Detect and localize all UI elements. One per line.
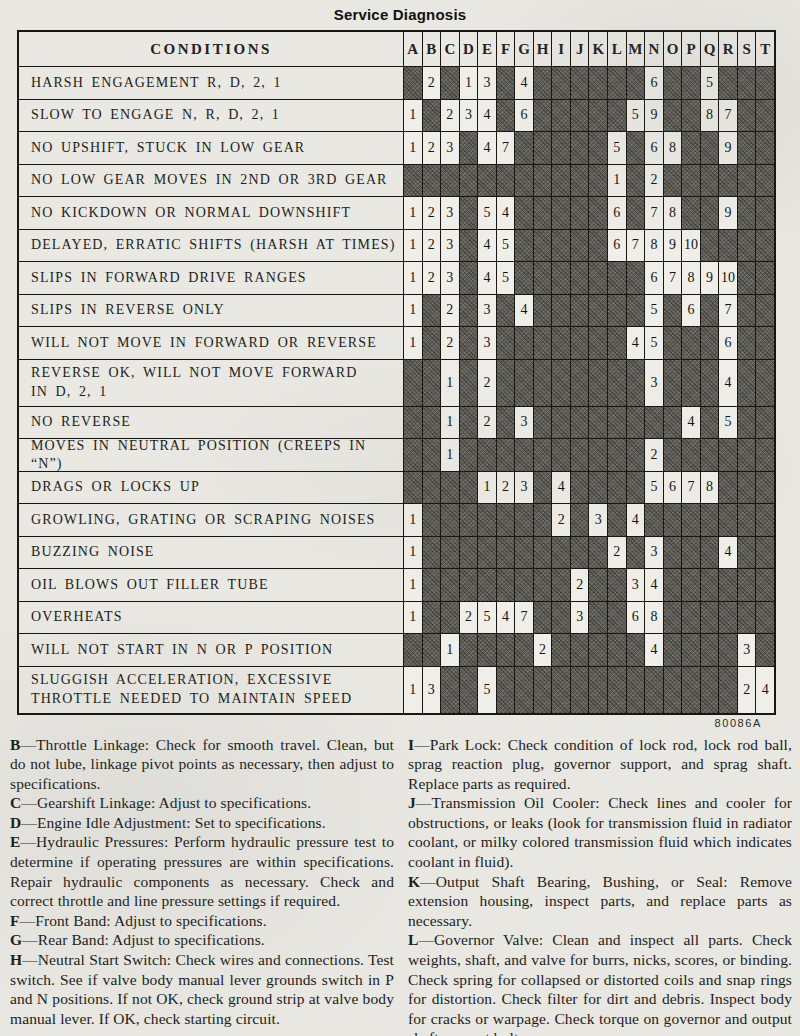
grid-cell-p-step: 10 xyxy=(682,230,700,262)
grid-cell-e-empty xyxy=(478,537,496,569)
note-letter: F xyxy=(10,912,20,929)
grid-cell-e-step: 5 xyxy=(478,667,496,713)
grid-cell-j-empty xyxy=(571,504,589,536)
grid-cell-r-empty xyxy=(719,602,737,634)
grid-cell-a-step: 1 xyxy=(404,262,422,294)
grid-cell-p-empty xyxy=(682,602,700,634)
column-header-o: O xyxy=(664,32,682,66)
grid-cell-p-empty xyxy=(682,360,700,406)
grid-cell-m-empty xyxy=(627,634,645,666)
grid-cell-g-step: 3 xyxy=(515,407,533,439)
grid-cell-a-step: 1 xyxy=(404,504,422,536)
column-header-t: T xyxy=(756,32,774,66)
grid-cell-n-empty xyxy=(645,407,663,439)
grid-cell-s-empty xyxy=(738,100,756,132)
grid-cell-h-step: 2 xyxy=(534,634,552,666)
condition-label: NO LOW GEAR MOVES IN 2ND OR 3RD GEAR xyxy=(19,165,403,197)
grid-cell-s-empty xyxy=(738,407,756,439)
grid-cell-f-step: 5 xyxy=(497,262,515,294)
condition-label: NO REVERSE xyxy=(19,407,403,439)
grid-cell-b-empty xyxy=(423,100,441,132)
grid-cell-n-empty xyxy=(645,667,663,713)
grid-cell-b-empty xyxy=(423,165,441,197)
grid-cell-a-step: 1 xyxy=(404,197,422,229)
grid-cell-l-empty xyxy=(608,295,626,327)
grid-cell-m-step: 6 xyxy=(627,602,645,634)
grid-cell-n-step: 5 xyxy=(645,327,663,359)
grid-cell-s-step: 2 xyxy=(738,667,756,713)
grid-cell-h-empty xyxy=(534,504,552,536)
grid-cell-f-step: 7 xyxy=(497,132,515,164)
figure-code: 80086A xyxy=(17,717,776,729)
grid-cell-t-empty xyxy=(756,262,774,294)
grid-cell-p-step: 4 xyxy=(682,407,700,439)
column-header-r: R xyxy=(719,32,737,66)
grid-cell-m-empty xyxy=(627,132,645,164)
grid-cell-p-empty xyxy=(682,197,700,229)
grid-cell-a-empty xyxy=(404,407,422,439)
grid-cell-o-step: 8 xyxy=(664,132,682,164)
condition-label: DELAYED, ERRATIC SHIFTS (HARSH AT TIMES) xyxy=(19,230,403,262)
grid-cell-c-step: 2 xyxy=(441,100,459,132)
grid-cell-e-empty xyxy=(478,439,496,471)
grid-cell-f-step: 2 xyxy=(497,472,515,504)
note-letter: C xyxy=(10,794,21,811)
grid-cell-t-empty xyxy=(756,360,774,406)
grid-cell-k-empty xyxy=(589,537,607,569)
column-header-g: G xyxy=(515,32,533,66)
grid-cell-a-step: 1 xyxy=(404,537,422,569)
grid-cell-l-empty xyxy=(608,667,626,713)
grid-cell-f-empty xyxy=(497,634,515,666)
grid-cell-q-step: 8 xyxy=(701,472,719,504)
grid-cell-h-empty xyxy=(534,667,552,713)
grid-cell-m-step: 3 xyxy=(627,569,645,601)
grid-cell-g-empty xyxy=(515,504,533,536)
notes-column-right: I—Park Lock: Check condition of lock rod… xyxy=(408,735,792,1036)
service-note-g: G—Rear Band: Adjust to specifications. xyxy=(10,930,394,950)
condition-label: DRAGS OR LOCKS UP xyxy=(19,472,403,504)
note-body: —Neutral Start Switch: Check wires and c… xyxy=(10,951,394,1027)
grid-cell-l-empty xyxy=(608,407,626,439)
grid-cell-b-empty xyxy=(423,407,441,439)
grid-cell-b-empty xyxy=(423,472,441,504)
grid-cell-q-empty xyxy=(701,439,719,471)
grid-cell-c-step: 3 xyxy=(441,262,459,294)
grid-cell-s-empty xyxy=(738,569,756,601)
grid-cell-q-empty xyxy=(701,327,719,359)
condition-label: BUZZING NOISE xyxy=(19,537,403,569)
grid-cell-l-step: 1 xyxy=(608,165,626,197)
grid-cell-k-empty xyxy=(589,197,607,229)
grid-cell-d-empty xyxy=(460,504,478,536)
grid-cell-b-empty xyxy=(423,504,441,536)
service-note-d: D—Engine Idle Adjustment: Set to specifi… xyxy=(10,813,394,833)
grid-cell-k-empty xyxy=(589,67,607,99)
column-header-j: J xyxy=(571,32,589,66)
grid-cell-d-empty xyxy=(460,295,478,327)
grid-cell-t-empty xyxy=(756,165,774,197)
grid-cell-d-empty xyxy=(460,472,478,504)
grid-cell-e-step: 4 xyxy=(478,132,496,164)
condition-label: HARSH ENGAGEMENT R, D, 2, 1 xyxy=(19,67,403,99)
grid-cell-m-step: 4 xyxy=(627,504,645,536)
grid-cell-t-empty xyxy=(756,197,774,229)
grid-cell-i-empty xyxy=(552,262,570,294)
grid-cell-s-empty xyxy=(738,537,756,569)
grid-cell-f-empty xyxy=(497,295,515,327)
grid-cell-n-step: 5 xyxy=(645,472,663,504)
notes-column-left: B—Throttle Linkage: Check for smooth tra… xyxy=(10,735,394,1036)
grid-cell-c-step: 1 xyxy=(441,407,459,439)
grid-cell-k-empty xyxy=(589,262,607,294)
grid-cell-s-empty xyxy=(738,439,756,471)
note-letter: G xyxy=(10,931,22,948)
grid-cell-p-empty xyxy=(682,165,700,197)
condition-label: REVERSE OK, WILL NOT MOVE FORWARD IN D, … xyxy=(19,360,403,406)
grid-cell-c-empty xyxy=(441,165,459,197)
grid-cell-t-empty xyxy=(756,634,774,666)
column-header-n: N xyxy=(645,32,663,66)
note-letter: H xyxy=(10,951,22,968)
grid-cell-o-step: 9 xyxy=(664,230,682,262)
grid-cell-g-empty xyxy=(515,569,533,601)
grid-cell-r-empty xyxy=(719,472,737,504)
grid-cell-e-empty xyxy=(478,165,496,197)
grid-cell-o-empty xyxy=(664,439,682,471)
grid-cell-l-step: 6 xyxy=(608,230,626,262)
grid-cell-j-empty xyxy=(571,472,589,504)
grid-cell-q-empty xyxy=(701,504,719,536)
column-header-b: B xyxy=(423,32,441,66)
grid-cell-i-empty xyxy=(552,327,570,359)
grid-cell-d-empty xyxy=(460,634,478,666)
grid-cell-i-empty xyxy=(552,100,570,132)
grid-cell-g-step: 6 xyxy=(515,100,533,132)
grid-cell-d-empty xyxy=(460,667,478,713)
grid-cell-h-empty xyxy=(534,569,552,601)
grid-cell-g-step: 3 xyxy=(515,472,533,504)
grid-cell-p-empty xyxy=(682,537,700,569)
grid-cell-t-empty xyxy=(756,504,774,536)
grid-cell-m-empty xyxy=(627,407,645,439)
grid-cell-k-empty xyxy=(589,230,607,262)
grid-cell-b-step: 3 xyxy=(423,667,441,713)
service-note-f: F—Front Band: Adjust to specifications. xyxy=(10,911,394,931)
grid-cell-s-empty xyxy=(738,327,756,359)
column-header-m: M xyxy=(627,32,645,66)
grid-cell-q-empty xyxy=(701,667,719,713)
grid-cell-j-empty xyxy=(571,132,589,164)
grid-cell-t-step: 4 xyxy=(756,667,774,713)
grid-cell-k-step: 3 xyxy=(589,504,607,536)
grid-cell-t-empty xyxy=(756,67,774,99)
grid-cell-k-empty xyxy=(589,327,607,359)
grid-cell-i-empty xyxy=(552,67,570,99)
grid-cell-o-empty xyxy=(664,667,682,713)
grid-cell-m-step: 4 xyxy=(627,327,645,359)
grid-cell-h-empty xyxy=(534,407,552,439)
grid-cell-j-empty xyxy=(571,230,589,262)
grid-cell-f-empty xyxy=(497,360,515,406)
grid-cell-t-empty xyxy=(756,472,774,504)
grid-cell-m-empty xyxy=(627,165,645,197)
grid-cell-j-empty xyxy=(571,537,589,569)
note-body: —Rear Band: Adjust to specifications. xyxy=(22,931,265,948)
grid-cell-h-empty xyxy=(534,262,552,294)
grid-cell-j-empty xyxy=(571,262,589,294)
grid-cell-m-empty xyxy=(627,197,645,229)
grid-cell-r-step: 10 xyxy=(719,262,737,294)
grid-cell-a-step: 1 xyxy=(404,132,422,164)
grid-cell-l-step: 5 xyxy=(608,132,626,164)
condition-label: NO UPSHIFT, STUCK IN LOW GEAR xyxy=(19,132,403,164)
grid-cell-l-empty xyxy=(608,569,626,601)
grid-cell-e-step: 3 xyxy=(478,295,496,327)
grid-cell-n-step: 8 xyxy=(645,602,663,634)
grid-cell-e-step: 5 xyxy=(478,197,496,229)
grid-cell-b-empty xyxy=(423,360,441,406)
grid-cell-i-empty xyxy=(552,439,570,471)
grid-cell-j-empty xyxy=(571,327,589,359)
grid-cell-m-step: 5 xyxy=(627,100,645,132)
grid-cell-s-empty xyxy=(738,67,756,99)
grid-cell-f-empty xyxy=(497,569,515,601)
grid-cell-a-step: 1 xyxy=(404,667,422,713)
grid-cell-d-step: 2 xyxy=(460,602,478,634)
condition-label: OVERHEATS xyxy=(19,602,403,634)
grid-cell-c-step: 2 xyxy=(441,327,459,359)
condition-label: OIL BLOWS OUT FILLER TUBE xyxy=(19,569,403,601)
column-header-h: H xyxy=(534,32,552,66)
grid-cell-p-empty xyxy=(682,667,700,713)
column-header-s: S xyxy=(738,32,756,66)
grid-cell-j-empty xyxy=(571,67,589,99)
grid-cell-c-empty xyxy=(441,667,459,713)
note-letter: L xyxy=(408,931,418,948)
grid-cell-k-empty xyxy=(589,407,607,439)
grid-cell-o-step: 6 xyxy=(664,472,682,504)
grid-cell-j-empty xyxy=(571,360,589,406)
grid-cell-r-step: 9 xyxy=(719,132,737,164)
grid-cell-m-empty xyxy=(627,537,645,569)
grid-cell-b-empty xyxy=(423,634,441,666)
grid-cell-f-empty xyxy=(497,165,515,197)
grid-cell-i-empty xyxy=(552,407,570,439)
grid-cell-d-empty xyxy=(460,132,478,164)
grid-cell-n-step: 3 xyxy=(645,537,663,569)
grid-cell-s-empty xyxy=(738,472,756,504)
grid-cell-r-empty xyxy=(719,504,737,536)
grid-cell-r-empty xyxy=(719,439,737,471)
grid-cell-c-empty xyxy=(441,472,459,504)
grid-cell-o-empty xyxy=(664,295,682,327)
note-letter: D xyxy=(10,814,21,831)
grid-cell-f-step: 4 xyxy=(497,602,515,634)
grid-cell-r-empty xyxy=(719,165,737,197)
service-note-c: C—Gearshift Linkage: Adjust to specifica… xyxy=(10,793,394,813)
grid-cell-e-empty xyxy=(478,634,496,666)
grid-cell-a-step: 1 xyxy=(404,327,422,359)
service-note-e: E—Hydraulic Pressures: Perform hydraulic… xyxy=(10,832,394,910)
grid-cell-p-step: 6 xyxy=(682,295,700,327)
grid-cell-h-empty xyxy=(534,132,552,164)
grid-cell-l-empty xyxy=(608,472,626,504)
grid-cell-e-step: 5 xyxy=(478,602,496,634)
grid-cell-n-step: 6 xyxy=(645,262,663,294)
grid-cell-r-empty xyxy=(719,667,737,713)
grid-cell-e-step: 1 xyxy=(478,472,496,504)
grid-cell-g-empty xyxy=(515,439,533,471)
grid-cell-b-step: 2 xyxy=(423,67,441,99)
grid-cell-h-empty xyxy=(534,230,552,262)
condition-label: WILL NOT START IN N OR P POSITION xyxy=(19,634,403,666)
grid-cell-j-step: 2 xyxy=(571,569,589,601)
grid-cell-p-step: 7 xyxy=(682,472,700,504)
grid-cell-t-empty xyxy=(756,537,774,569)
grid-cell-i-empty xyxy=(552,295,570,327)
grid-cell-e-empty xyxy=(478,504,496,536)
grid-cell-c-step: 2 xyxy=(441,295,459,327)
grid-cell-i-empty xyxy=(552,197,570,229)
grid-cell-k-empty xyxy=(589,360,607,406)
grid-cell-m-empty xyxy=(627,67,645,99)
grid-cell-l-empty xyxy=(608,439,626,471)
grid-cell-i-empty xyxy=(552,634,570,666)
grid-cell-l-empty xyxy=(608,100,626,132)
service-note-k: K—Output Shaft Bearing, Bushing, or Seal… xyxy=(408,872,792,931)
note-body: —Governor Valve: Clean and inspect all p… xyxy=(408,931,792,1036)
grid-cell-h-empty xyxy=(534,537,552,569)
grid-cell-g-empty xyxy=(515,230,533,262)
grid-cell-j-empty xyxy=(571,295,589,327)
grid-cell-l-empty xyxy=(608,504,626,536)
grid-cell-h-empty xyxy=(534,327,552,359)
grid-cell-j-step: 3 xyxy=(571,602,589,634)
grid-cell-k-empty xyxy=(589,634,607,666)
grid-cell-n-empty xyxy=(645,504,663,536)
grid-cell-s-empty xyxy=(738,602,756,634)
grid-cell-a-empty xyxy=(404,634,422,666)
grid-cell-h-empty xyxy=(534,602,552,634)
grid-cell-q-empty xyxy=(701,295,719,327)
grid-cell-o-empty xyxy=(664,360,682,406)
grid-cell-i-empty xyxy=(552,602,570,634)
grid-cell-b-empty xyxy=(423,295,441,327)
grid-cell-r-step: 9 xyxy=(719,197,737,229)
grid-cell-d-empty xyxy=(460,197,478,229)
note-body: —Output Shaft Bearing, Bushing, or Seal:… xyxy=(408,873,792,929)
grid-cell-j-empty xyxy=(571,100,589,132)
grid-cell-d-empty xyxy=(460,327,478,359)
note-body: —Throttle Linkage: Check for smooth trav… xyxy=(10,736,394,792)
grid-cell-c-step: 3 xyxy=(441,197,459,229)
grid-cell-c-step: 3 xyxy=(441,230,459,262)
grid-cell-i-empty xyxy=(552,667,570,713)
grid-cell-a-step: 1 xyxy=(404,295,422,327)
grid-cell-g-step: 4 xyxy=(515,295,533,327)
grid-cell-c-empty xyxy=(441,569,459,601)
grid-cell-i-empty xyxy=(552,230,570,262)
grid-cell-o-empty xyxy=(664,100,682,132)
condition-label: GROWLING, GRATING OR SCRAPING NOISES xyxy=(19,504,403,536)
condition-label: SLUGGISH ACCELERATION, EXCESSIVE THROTTL… xyxy=(19,667,403,713)
service-note-j: J—Transmission Oil Cooler: Check lines a… xyxy=(408,793,792,871)
grid-cell-r-empty xyxy=(719,230,737,262)
grid-cell-g-empty xyxy=(515,262,533,294)
diagnosis-table: CONDITIONSABCDEFGHIJKLMNOPQRSTHARSH ENGA… xyxy=(17,30,776,715)
grid-cell-d-empty xyxy=(460,407,478,439)
grid-cell-m-empty xyxy=(627,472,645,504)
grid-cell-t-empty xyxy=(756,602,774,634)
grid-cell-i-empty xyxy=(552,165,570,197)
grid-cell-e-step: 3 xyxy=(478,67,496,99)
note-letter: E xyxy=(10,833,20,850)
grid-cell-p-empty xyxy=(682,504,700,536)
grid-cell-o-empty xyxy=(664,407,682,439)
grid-cell-q-empty xyxy=(701,132,719,164)
grid-cell-s-empty xyxy=(738,504,756,536)
grid-cell-t-empty xyxy=(756,327,774,359)
grid-cell-a-step: 1 xyxy=(404,100,422,132)
grid-cell-l-empty xyxy=(608,67,626,99)
grid-cell-r-step: 7 xyxy=(719,100,737,132)
note-body: —Park Lock: Check condition of lock rod,… xyxy=(408,736,792,792)
grid-cell-l-empty xyxy=(608,602,626,634)
grid-cell-n-step: 6 xyxy=(645,132,663,164)
grid-cell-j-empty xyxy=(571,165,589,197)
column-header-c: C xyxy=(441,32,459,66)
grid-cell-b-step: 2 xyxy=(423,230,441,262)
grid-cell-q-step: 5 xyxy=(701,67,719,99)
grid-cell-s-empty xyxy=(738,197,756,229)
grid-cell-q-empty xyxy=(701,634,719,666)
note-body: —Transmission Oil Cooler: Check lines an… xyxy=(408,794,792,870)
grid-cell-a-step: 1 xyxy=(404,230,422,262)
grid-cell-c-empty xyxy=(441,67,459,99)
page-title: Service Diagnosis xyxy=(0,0,800,23)
grid-cell-m-empty xyxy=(627,295,645,327)
grid-cell-t-empty xyxy=(756,569,774,601)
grid-cell-l-step: 2 xyxy=(608,537,626,569)
grid-cell-q-empty xyxy=(701,569,719,601)
grid-cell-i-step: 4 xyxy=(552,472,570,504)
grid-cell-f-empty xyxy=(497,537,515,569)
grid-cell-n-step: 2 xyxy=(645,439,663,471)
grid-cell-r-step: 5 xyxy=(719,407,737,439)
grid-cell-o-empty xyxy=(664,165,682,197)
condition-label: WILL NOT MOVE IN FORWARD OR REVERSE xyxy=(19,327,403,359)
grid-cell-t-empty xyxy=(756,295,774,327)
grid-cell-n-step: 4 xyxy=(645,634,663,666)
grid-cell-o-step: 8 xyxy=(664,197,682,229)
column-header-q: Q xyxy=(701,32,719,66)
grid-cell-q-empty xyxy=(701,537,719,569)
grid-cell-b-step: 2 xyxy=(423,197,441,229)
note-letter: J xyxy=(408,794,416,811)
grid-cell-e-step: 4 xyxy=(478,100,496,132)
grid-cell-o-empty xyxy=(664,569,682,601)
conditions-header: CONDITIONS xyxy=(19,32,403,66)
note-body: —Gearshift Linkage: Adjust to specificat… xyxy=(21,794,311,811)
grid-cell-b-empty xyxy=(423,327,441,359)
grid-cell-p-step: 8 xyxy=(682,262,700,294)
grid-cell-s-empty xyxy=(738,132,756,164)
grid-cell-d-empty xyxy=(460,165,478,197)
grid-cell-h-empty xyxy=(534,439,552,471)
grid-cell-d-step: 1 xyxy=(460,67,478,99)
grid-cell-s-empty xyxy=(738,230,756,262)
